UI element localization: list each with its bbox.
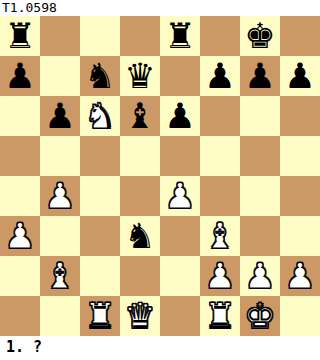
black-king: ♚	[240, 16, 280, 56]
square-b2[interactable]: ♝	[40, 256, 80, 296]
black-queen: ♛	[120, 56, 160, 96]
square-a8[interactable]: ♜	[0, 16, 40, 56]
square-e2[interactable]	[160, 256, 200, 296]
black-pawn: ♟	[240, 56, 280, 96]
square-h7[interactable]: ♟	[280, 56, 320, 96]
square-f5[interactable]	[200, 136, 240, 176]
square-c7[interactable]: ♞	[80, 56, 120, 96]
square-d7[interactable]: ♛	[120, 56, 160, 96]
square-d4[interactable]	[120, 176, 160, 216]
square-c2[interactable]	[80, 256, 120, 296]
black-pawn: ♟	[40, 96, 80, 136]
square-c6[interactable]: ♞	[80, 96, 120, 136]
white-knight: ♞	[80, 96, 120, 136]
black-pawn: ♟	[160, 96, 200, 136]
white-rook: ♜	[80, 296, 120, 336]
white-rook: ♜	[200, 296, 240, 336]
square-e8[interactable]: ♜	[160, 16, 200, 56]
square-f2[interactable]: ♟	[200, 256, 240, 296]
move-prompt: 1. ?	[0, 336, 320, 360]
square-f6[interactable]	[200, 96, 240, 136]
square-c8[interactable]	[80, 16, 120, 56]
white-pawn: ♟	[40, 176, 80, 216]
square-d6[interactable]: ♝	[120, 96, 160, 136]
square-a3[interactable]: ♟	[0, 216, 40, 256]
square-d1[interactable]: ♛	[120, 296, 160, 336]
black-knight: ♞	[80, 56, 120, 96]
white-pawn: ♟	[200, 256, 240, 296]
black-rook: ♜	[0, 16, 40, 56]
white-bishop: ♝	[200, 216, 240, 256]
square-e6[interactable]: ♟	[160, 96, 200, 136]
square-g6[interactable]	[240, 96, 280, 136]
square-b4[interactable]: ♟	[40, 176, 80, 216]
square-b8[interactable]	[40, 16, 80, 56]
square-b7[interactable]	[40, 56, 80, 96]
square-g4[interactable]	[240, 176, 280, 216]
square-d3[interactable]: ♞	[120, 216, 160, 256]
white-pawn: ♟	[240, 256, 280, 296]
square-h2[interactable]: ♟	[280, 256, 320, 296]
black-bishop: ♝	[120, 96, 160, 136]
square-b5[interactable]	[40, 136, 80, 176]
square-b1[interactable]	[40, 296, 80, 336]
square-e5[interactable]	[160, 136, 200, 176]
square-h5[interactable]	[280, 136, 320, 176]
black-pawn: ♟	[200, 56, 240, 96]
black-pawn: ♟	[0, 56, 40, 96]
white-king: ♚	[240, 296, 280, 336]
square-a6[interactable]	[0, 96, 40, 136]
square-a2[interactable]	[0, 256, 40, 296]
square-a5[interactable]	[0, 136, 40, 176]
square-h4[interactable]	[280, 176, 320, 216]
square-g8[interactable]: ♚	[240, 16, 280, 56]
white-pawn: ♟	[280, 256, 320, 296]
black-pawn: ♟	[280, 56, 320, 96]
square-d2[interactable]	[120, 256, 160, 296]
puzzle-id-title: T1.0598	[0, 0, 320, 16]
square-a7[interactable]: ♟	[0, 56, 40, 96]
square-c1[interactable]: ♜	[80, 296, 120, 336]
square-h6[interactable]	[280, 96, 320, 136]
square-g3[interactable]	[240, 216, 280, 256]
square-f3[interactable]: ♝	[200, 216, 240, 256]
square-g7[interactable]: ♟	[240, 56, 280, 96]
white-queen: ♛	[120, 296, 160, 336]
square-f7[interactable]: ♟	[200, 56, 240, 96]
square-g2[interactable]: ♟	[240, 256, 280, 296]
white-pawn: ♟	[0, 216, 40, 256]
square-b6[interactable]: ♟	[40, 96, 80, 136]
square-d8[interactable]	[120, 16, 160, 56]
square-g1[interactable]: ♚	[240, 296, 280, 336]
square-h3[interactable]	[280, 216, 320, 256]
square-e4[interactable]: ♟	[160, 176, 200, 216]
square-g5[interactable]	[240, 136, 280, 176]
square-e3[interactable]	[160, 216, 200, 256]
square-e7[interactable]	[160, 56, 200, 96]
square-e1[interactable]	[160, 296, 200, 336]
black-rook: ♜	[160, 16, 200, 56]
chess-puzzle-app: T1.0598 ♜♜♚♟♞♛♟♟♟♟♞♝♟♟♟♟♞♝♝♟♟♟♜♛♜♚ 1. ?	[0, 0, 320, 360]
square-f4[interactable]	[200, 176, 240, 216]
square-c3[interactable]	[80, 216, 120, 256]
white-bishop: ♝	[40, 256, 80, 296]
square-b3[interactable]	[40, 216, 80, 256]
square-f8[interactable]	[200, 16, 240, 56]
square-a1[interactable]	[0, 296, 40, 336]
square-f1[interactable]: ♜	[200, 296, 240, 336]
square-h8[interactable]	[280, 16, 320, 56]
square-a4[interactable]	[0, 176, 40, 216]
square-d5[interactable]	[120, 136, 160, 176]
white-pawn: ♟	[160, 176, 200, 216]
square-h1[interactable]	[280, 296, 320, 336]
square-c4[interactable]	[80, 176, 120, 216]
square-c5[interactable]	[80, 136, 120, 176]
black-knight: ♞	[120, 216, 160, 256]
chess-board: ♜♜♚♟♞♛♟♟♟♟♞♝♟♟♟♟♞♝♝♟♟♟♜♛♜♚	[0, 16, 320, 336]
